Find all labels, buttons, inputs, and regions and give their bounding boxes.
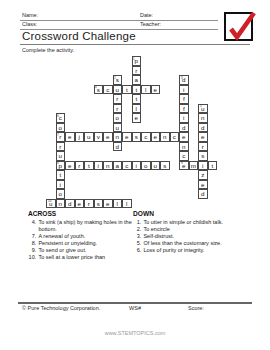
grid-cell-r15c5[interactable]: s bbox=[94, 199, 104, 209]
cell-letter: e bbox=[152, 86, 160, 95]
cell-letter: u bbox=[85, 133, 93, 142]
worksheet-number-label: WS# bbox=[0, 305, 270, 311]
grid-cell-r3c9[interactable]: t bbox=[132, 85, 142, 95]
clue-item-text: To utter in simple or childish talk. bbox=[143, 218, 253, 225]
cell-letter: o bbox=[142, 162, 150, 171]
grid-cell-r8c12[interactable]: n bbox=[160, 132, 170, 142]
grid-cell-r15c2[interactable]: d bbox=[65, 199, 75, 209]
cell-letter: e bbox=[104, 200, 112, 209]
grid-cell-r11c4[interactable]: t bbox=[84, 161, 94, 171]
clue-number: 6 bbox=[57, 114, 59, 117]
clue-item: 3.Self-distrust. bbox=[133, 232, 253, 239]
grid-cell-r2c9[interactable]: a bbox=[132, 75, 142, 85]
grid-cell-r15c1[interactable]: n bbox=[56, 199, 66, 209]
grid-cell-r11c7[interactable]: a bbox=[113, 161, 123, 171]
clue-number: 3 bbox=[181, 76, 183, 79]
clue-item: 7.A renewal of youth. bbox=[28, 232, 133, 239]
clue-item-number: 1. bbox=[133, 218, 141, 225]
clue-number: 8 bbox=[57, 161, 59, 164]
cell-letter: l bbox=[142, 86, 150, 95]
cell-letter: s bbox=[161, 162, 169, 171]
clue-item: 9.To send or give out. bbox=[28, 247, 133, 254]
grid-cell-r11c16[interactable]: i bbox=[198, 161, 208, 171]
cell-letter: n bbox=[104, 162, 112, 171]
grid-cell-r8c10[interactable]: c bbox=[141, 132, 151, 142]
grid-cell-r8c13[interactable]: c bbox=[170, 132, 180, 142]
grid-cell-r11c6[interactable]: n bbox=[103, 161, 113, 171]
grid-cell-r11c3[interactable]: r bbox=[75, 161, 85, 171]
cell-letter: d bbox=[66, 200, 74, 209]
grid-cell-r15c6[interactable]: e bbox=[103, 199, 113, 209]
clue-item-text: Of less than the customary size. bbox=[143, 239, 253, 246]
cell-letter: t bbox=[209, 162, 217, 171]
grid-cell-r11c12[interactable]: s bbox=[160, 161, 170, 171]
grid-cell-r7c14[interactable]: d bbox=[179, 123, 189, 133]
clue-item-text: To encircle bbox=[143, 225, 253, 232]
cell-letter: c bbox=[171, 133, 179, 142]
cell-letter: l bbox=[123, 200, 131, 209]
clue-item: 6.Loss of purity or integrity. bbox=[133, 247, 253, 254]
cell-letter: n bbox=[57, 200, 65, 209]
grid-cell-r8c7[interactable]: n bbox=[113, 132, 123, 142]
clue-item-text: To sink (a ship) by making holes in the … bbox=[38, 218, 133, 232]
cell-letter: l bbox=[114, 200, 122, 209]
grid-cell-r15c4[interactable]: r bbox=[84, 199, 94, 209]
down-clue-list: 1.To utter in simple or childish talk.2.… bbox=[133, 218, 253, 254]
grid-cell-r11c5[interactable]: i bbox=[94, 161, 104, 171]
cell-letter: e bbox=[66, 162, 74, 171]
grid-cell-r8c6[interactable]: e bbox=[103, 132, 113, 142]
grid-cell-r11c15[interactable]: m bbox=[189, 161, 199, 171]
grid-cell-r8c8[interactable]: e bbox=[122, 132, 132, 142]
cell-letter: r bbox=[85, 200, 93, 209]
website-link[interactable]: www.STEMTOPICS.com bbox=[0, 330, 270, 336]
grid-cell-r5c9[interactable]: l bbox=[132, 104, 142, 114]
clue-item-number: 4. bbox=[28, 218, 36, 232]
class-label: Class: bbox=[22, 21, 37, 27]
grid-cell-r11c17[interactable]: t bbox=[208, 161, 218, 171]
grid-cell-r3c5[interactable]: s4 bbox=[94, 85, 104, 95]
grid-cell-r11c11[interactable]: u bbox=[151, 161, 161, 171]
title-underline bbox=[20, 44, 250, 45]
grid-cell-r9c14[interactable]: n bbox=[179, 142, 189, 152]
clue-number: 9 bbox=[181, 161, 183, 164]
grid-cell-r12c16[interactable]: z bbox=[198, 170, 208, 180]
grid-cell-r3c8[interactable]: t bbox=[122, 85, 132, 95]
cell-letter: u bbox=[152, 162, 160, 171]
clue-item: 1.To utter in simple or childish talk. bbox=[133, 218, 253, 225]
clue-item-text: Loss of purity or integrity. bbox=[143, 247, 253, 254]
clue-item: 8.Persistent or unyielding. bbox=[28, 239, 133, 246]
grid-cell-r3c11[interactable]: e bbox=[151, 85, 161, 95]
grid-cell-r8c14[interactable]: e bbox=[179, 132, 189, 142]
clue-item-text: A renewal of youth. bbox=[38, 232, 133, 239]
cell-letter: m bbox=[190, 162, 198, 171]
grid-cell-r5c14[interactable]: f bbox=[179, 104, 189, 114]
date-label: Date: bbox=[140, 12, 153, 18]
cell-letter: e bbox=[123, 133, 131, 142]
cell-letter: e bbox=[104, 133, 112, 142]
name-date-blank-line[interactable] bbox=[20, 20, 218, 21]
clue-item-number: 6. bbox=[133, 247, 141, 254]
clue-number: 7 bbox=[57, 133, 59, 136]
cell-letter: c bbox=[142, 133, 150, 142]
grid-cell-r10c1[interactable]: u bbox=[56, 151, 66, 161]
grid-cell-r15c3[interactable]: e bbox=[75, 199, 85, 209]
clue-item: 4.To sink (a ship) by making holes in th… bbox=[28, 218, 133, 232]
grid-cell-r8c11[interactable]: e bbox=[151, 132, 161, 142]
grid-cell-r10c14[interactable]: c bbox=[179, 151, 189, 161]
grid-cell-r4c9[interactable]: t bbox=[132, 94, 142, 104]
grid-cell-r9c7[interactable]: d bbox=[113, 142, 123, 152]
grid-cell-r6c14[interactable]: i bbox=[179, 113, 189, 123]
grid-cell-r8c2[interactable]: e bbox=[65, 132, 75, 142]
cell-letter: s bbox=[95, 200, 103, 209]
grid-cell-r6c7[interactable]: o bbox=[113, 113, 123, 123]
clue-item-number: 9. bbox=[28, 247, 36, 254]
cell-letter: r bbox=[76, 162, 84, 171]
cell-letter: e bbox=[152, 133, 160, 142]
grid-cell-r6c16[interactable]: n bbox=[198, 113, 208, 123]
grid-cell-r10c16[interactable]: s bbox=[198, 151, 208, 161]
name-label: Name: bbox=[22, 12, 38, 18]
grid-cell-r13c16[interactable]: e bbox=[198, 180, 208, 190]
grid-cell-r15c7[interactable]: l bbox=[113, 199, 123, 209]
cell-letter: n bbox=[161, 133, 169, 142]
crossword-grid: p1rs2ad3s4cuttleirtfrlfu5c6oeinouddr7eju… bbox=[46, 56, 217, 208]
grid-cell-r11c14[interactable]: e9 bbox=[179, 161, 189, 171]
grid-cell-r15c8[interactable]: l bbox=[122, 199, 132, 209]
checkmark-icon bbox=[224, 8, 258, 42]
grid-cell-r4c14[interactable]: f bbox=[179, 94, 189, 104]
cell-letter: j bbox=[76, 133, 84, 142]
grid-cell-r7c16[interactable]: d bbox=[198, 123, 208, 133]
grid-cell-r3c6[interactable]: c bbox=[103, 85, 113, 95]
grid-cell-r9c16[interactable]: r bbox=[198, 142, 208, 152]
clue-item-number: 5. bbox=[133, 239, 141, 246]
cell-letter: d bbox=[114, 143, 122, 152]
grid-cell-r8c9[interactable]: s bbox=[132, 132, 142, 142]
grid-cell-r11c2[interactable]: e bbox=[65, 161, 75, 171]
across-clue-list: 4.To sink (a ship) by making holes in th… bbox=[28, 218, 133, 261]
grid-cell-r11c8[interactable]: c bbox=[122, 161, 132, 171]
clue-item-number: 10. bbox=[28, 254, 36, 261]
grid-cell-r4c7[interactable]: r bbox=[113, 94, 123, 104]
clue-item-number: 3. bbox=[133, 232, 141, 239]
clue-item: 10.To sell at a lower price than bbox=[28, 254, 133, 261]
grid-cell-r5c7[interactable]: r bbox=[113, 104, 123, 114]
cell-letter: v bbox=[95, 133, 103, 142]
clue-item-number: 7. bbox=[28, 232, 36, 239]
grid-cell-r2c7[interactable]: s2 bbox=[113, 75, 123, 85]
score-label: Score: bbox=[188, 305, 204, 311]
clue-item-text: Self-distrust. bbox=[143, 232, 253, 239]
grid-cell-r11c10[interactable]: o bbox=[141, 161, 151, 171]
clue-item-text: Persistent or unyielding. bbox=[38, 239, 133, 246]
grid-cell-r11c9[interactable]: i bbox=[132, 161, 142, 171]
footer-divider bbox=[18, 302, 252, 304]
grid-cell-r6c1[interactable]: c6 bbox=[56, 113, 66, 123]
cell-letter: e bbox=[66, 133, 74, 142]
grid-cell-r3c7[interactable]: u bbox=[113, 85, 123, 95]
cell-letter: c bbox=[104, 86, 112, 95]
clue-number: 5 bbox=[200, 104, 202, 107]
clue-item-text: To sell at a lower price than bbox=[38, 254, 133, 261]
grid-cell-r1c9[interactable]: r bbox=[132, 66, 142, 76]
grid-cell-r5c16[interactable]: u5 bbox=[198, 104, 208, 114]
cell-letter: s bbox=[133, 133, 141, 142]
clue-item-text: To send or give out. bbox=[38, 247, 133, 254]
worksheet-page: Name: Date: Class: Teacher: Crossword Ch… bbox=[0, 0, 270, 350]
instruction-text: Complete the activity. bbox=[22, 47, 74, 53]
cell-letter: d bbox=[199, 190, 207, 199]
cell-letter: i bbox=[133, 162, 141, 171]
grid-cell-r14c16[interactable]: d bbox=[198, 189, 208, 199]
grid-cell-r3c14[interactable]: i bbox=[179, 85, 189, 95]
grid-cell-r15c0[interactable]: u10 bbox=[46, 199, 56, 209]
clue-item: 2.To encircle bbox=[133, 225, 253, 232]
grid-cell-r9c1[interactable]: r bbox=[56, 142, 66, 152]
page-title: Crossword Challenge bbox=[22, 30, 136, 42]
cell-letter: a bbox=[114, 162, 122, 171]
clue-number: 2 bbox=[114, 76, 116, 79]
cell-letter: t bbox=[123, 86, 131, 95]
clue-item-number: 8. bbox=[28, 239, 36, 246]
cell-letter: t bbox=[85, 162, 93, 171]
grid-cell-r11c1[interactable]: p8 bbox=[56, 161, 66, 171]
grid-cell-r14c1[interactable]: o bbox=[56, 189, 66, 199]
clue-item: 5.Of less than the customary size. bbox=[133, 239, 253, 246]
cell-letter: i bbox=[95, 162, 103, 171]
grid-cell-r2c14[interactable]: d3 bbox=[179, 75, 189, 85]
grid-cell-r13c1[interactable]: i bbox=[56, 180, 66, 190]
down-header: DOWN bbox=[133, 210, 154, 218]
clue-number: 1 bbox=[133, 57, 135, 60]
clue-number: 4 bbox=[95, 85, 97, 88]
grid-cell-r7c1[interactable]: o bbox=[56, 123, 66, 133]
grid-cell-r8c16[interactable]: e bbox=[198, 132, 208, 142]
grid-cell-r6c9[interactable]: e bbox=[132, 113, 142, 123]
clue-item-number: 2. bbox=[133, 225, 141, 232]
grid-cell-r0c9[interactable]: p1 bbox=[132, 56, 142, 66]
grid-cell-r3c10[interactable]: l bbox=[141, 85, 151, 95]
grid-cell-r8c1[interactable]: r7 bbox=[56, 132, 66, 142]
grid-cell-r8c3[interactable]: j bbox=[75, 132, 85, 142]
grid-cell-r7c7[interactable]: u bbox=[113, 123, 123, 133]
across-header: ACROSS bbox=[28, 210, 56, 218]
grid-cell-r12c1[interactable]: t bbox=[56, 170, 66, 180]
cell-letter: e bbox=[76, 200, 84, 209]
clue-number: 10 bbox=[48, 199, 51, 202]
grid-cell-r8c5[interactable]: v bbox=[94, 132, 104, 142]
teacher-label: Teacher: bbox=[140, 21, 161, 27]
cell-letter: c bbox=[123, 162, 131, 171]
cell-letter: e bbox=[133, 114, 141, 123]
grid-cell-r8c4[interactable]: u bbox=[84, 132, 94, 142]
